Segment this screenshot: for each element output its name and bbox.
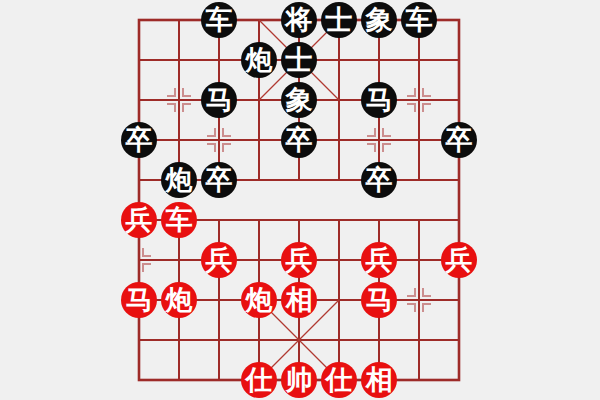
piece-red-elephant[interactable]: 相 (361, 362, 397, 398)
piece-black-elephant[interactable]: 象 (361, 2, 397, 38)
piece-black-soldier[interactable]: 卒 (361, 162, 397, 198)
piece-black-cannon[interactable]: 炮 (241, 42, 277, 78)
piece-black-horse[interactable]: 马 (201, 82, 237, 118)
piece-red-soldier[interactable]: 兵 (121, 202, 157, 238)
piece-red-soldier[interactable]: 兵 (441, 242, 477, 278)
piece-black-soldier[interactable]: 卒 (441, 122, 477, 158)
piece-red-cannon[interactable]: 炮 (161, 282, 197, 318)
piece-black-advisor[interactable]: 士 (281, 42, 317, 78)
piece-red-soldier[interactable]: 兵 (281, 242, 317, 278)
piece-red-advisor[interactable]: 仕 (241, 362, 277, 398)
piece-red-horse[interactable]: 马 (361, 282, 397, 318)
piece-black-cannon[interactable]: 炮 (161, 162, 197, 198)
piece-black-advisor[interactable]: 士 (321, 2, 357, 38)
piece-red-elephant[interactable]: 相 (281, 282, 317, 318)
piece-black-chariot[interactable]: 车 (401, 2, 437, 38)
piece-red-chariot[interactable]: 车 (161, 202, 197, 238)
piece-black-soldier[interactable]: 卒 (201, 162, 237, 198)
piece-black-elephant[interactable]: 象 (281, 82, 317, 118)
piece-red-soldier[interactable]: 兵 (361, 242, 397, 278)
piece-red-horse[interactable]: 马 (121, 282, 157, 318)
piece-black-horse[interactable]: 马 (361, 82, 397, 118)
piece-black-general[interactable]: 将 (281, 2, 317, 38)
piece-red-general[interactable]: 帅 (281, 362, 317, 398)
piece-black-soldier[interactable]: 卒 (121, 122, 157, 158)
piece-red-cannon[interactable]: 炮 (241, 282, 277, 318)
xiangqi-board: 车将士象车炮士马象马卒卒卒炮卒卒兵车兵兵兵兵马炮炮相马仕帅仕相 (0, 0, 600, 400)
piece-red-soldier[interactable]: 兵 (201, 242, 237, 278)
piece-layer: 车将士象车炮士马象马卒卒卒炮卒卒兵车兵兵兵兵马炮炮相马仕帅仕相 (119, 0, 479, 400)
piece-red-advisor[interactable]: 仕 (321, 362, 357, 398)
piece-black-chariot[interactable]: 车 (201, 2, 237, 38)
piece-black-soldier[interactable]: 卒 (281, 122, 317, 158)
